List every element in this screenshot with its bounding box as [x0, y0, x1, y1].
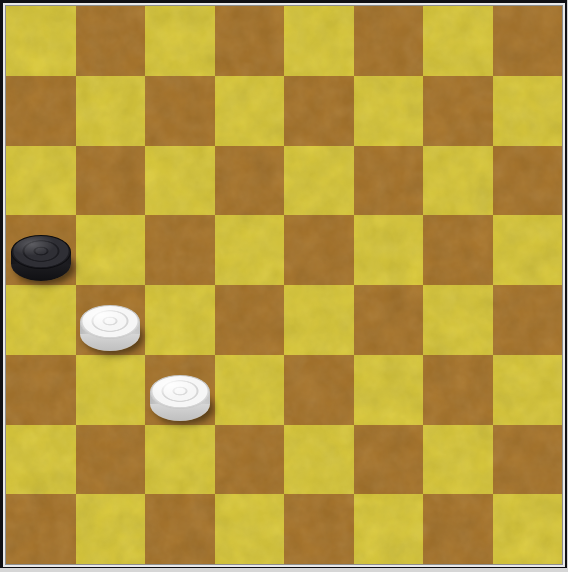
- checkers-board-window: [0, 0, 568, 572]
- square-d1: [215, 494, 285, 564]
- square-g4: [423, 285, 493, 355]
- square-e3[interactable]: [284, 355, 354, 425]
- square-h1: [493, 494, 563, 564]
- square-g7[interactable]: [423, 76, 493, 146]
- square-e1[interactable]: [284, 494, 354, 564]
- checker-black-man-a5[interactable]: [11, 235, 71, 281]
- square-b2[interactable]: [76, 425, 146, 495]
- square-f8[interactable]: [354, 6, 424, 76]
- square-e7[interactable]: [284, 76, 354, 146]
- square-h2[interactable]: [493, 425, 563, 495]
- square-a3[interactable]: [6, 355, 76, 425]
- square-a2: [6, 425, 76, 495]
- square-a5[interactable]: [6, 215, 76, 285]
- square-b4[interactable]: [76, 285, 146, 355]
- square-g5[interactable]: [423, 215, 493, 285]
- square-h4[interactable]: [493, 285, 563, 355]
- square-c2: [145, 425, 215, 495]
- square-g3[interactable]: [423, 355, 493, 425]
- square-b1: [76, 494, 146, 564]
- square-e2: [284, 425, 354, 495]
- square-f1: [354, 494, 424, 564]
- square-a6: [6, 146, 76, 216]
- square-e6: [284, 146, 354, 216]
- square-d8[interactable]: [215, 6, 285, 76]
- square-c1[interactable]: [145, 494, 215, 564]
- square-e4: [284, 285, 354, 355]
- square-c4: [145, 285, 215, 355]
- square-d7: [215, 76, 285, 146]
- square-a1[interactable]: [6, 494, 76, 564]
- square-f4[interactable]: [354, 285, 424, 355]
- square-a8: [6, 6, 76, 76]
- square-b8[interactable]: [76, 6, 146, 76]
- square-c5[interactable]: [145, 215, 215, 285]
- square-f6[interactable]: [354, 146, 424, 216]
- square-h5: [493, 215, 563, 285]
- piece-top-face: [80, 305, 140, 339]
- checkers-board: [6, 6, 562, 564]
- square-b6[interactable]: [76, 146, 146, 216]
- square-g6: [423, 146, 493, 216]
- piece-top-face: [150, 375, 210, 409]
- square-c3[interactable]: [145, 355, 215, 425]
- square-d4[interactable]: [215, 285, 285, 355]
- square-b3: [76, 355, 146, 425]
- square-b5: [76, 215, 146, 285]
- square-g8: [423, 6, 493, 76]
- square-d2[interactable]: [215, 425, 285, 495]
- square-f3: [354, 355, 424, 425]
- square-h3: [493, 355, 563, 425]
- square-c7[interactable]: [145, 76, 215, 146]
- square-g2: [423, 425, 493, 495]
- piece-top-face: [11, 235, 71, 269]
- square-f2[interactable]: [354, 425, 424, 495]
- square-h7: [493, 76, 563, 146]
- square-c8: [145, 6, 215, 76]
- square-a4: [6, 285, 76, 355]
- square-h6[interactable]: [493, 146, 563, 216]
- square-g1[interactable]: [423, 494, 493, 564]
- square-f5: [354, 215, 424, 285]
- square-d5: [215, 215, 285, 285]
- square-e5[interactable]: [284, 215, 354, 285]
- square-d6[interactable]: [215, 146, 285, 216]
- checker-white-man-c3[interactable]: [150, 375, 210, 421]
- checker-white-man-b4[interactable]: [80, 305, 140, 351]
- square-c6: [145, 146, 215, 216]
- square-b7: [76, 76, 146, 146]
- square-d3: [215, 355, 285, 425]
- square-e8: [284, 6, 354, 76]
- square-a7[interactable]: [6, 76, 76, 146]
- square-h8[interactable]: [493, 6, 563, 76]
- square-f7: [354, 76, 424, 146]
